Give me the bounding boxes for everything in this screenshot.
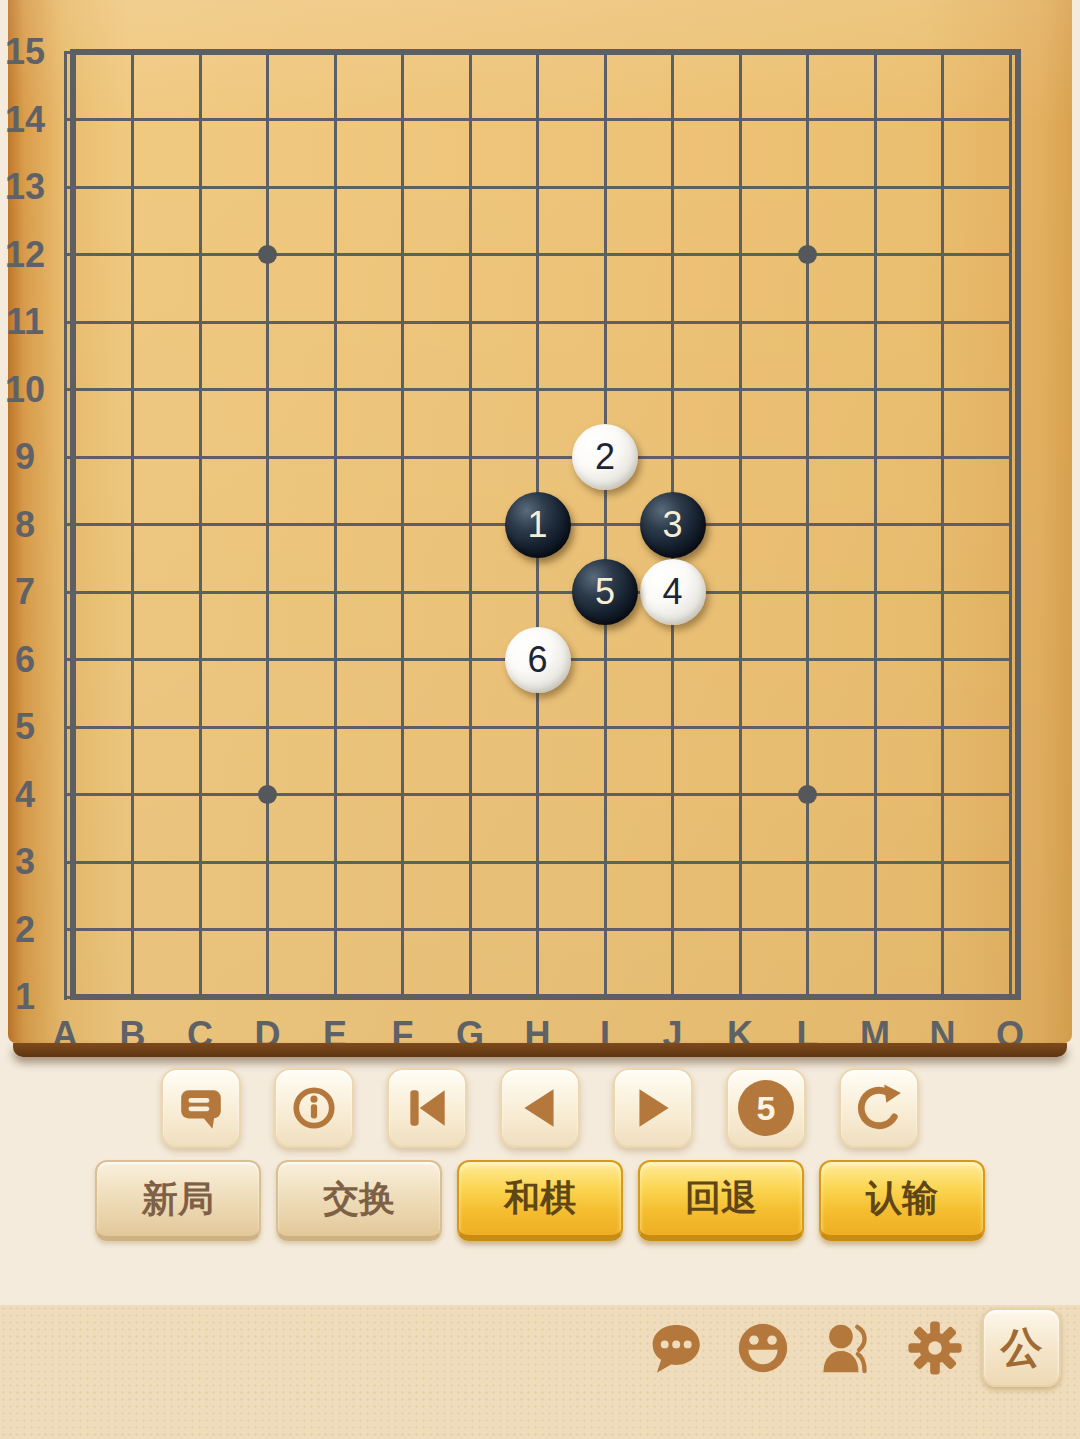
grid-line	[604, 52, 607, 1000]
grid-line	[64, 861, 1012, 864]
next-arrow-icon	[628, 1083, 678, 1133]
move-number: 1	[527, 504, 547, 546]
row-label: 3	[0, 842, 57, 882]
stone-black-J8: 3	[640, 492, 706, 558]
star-point-L4	[798, 785, 817, 804]
col-label: K	[708, 1015, 772, 1055]
row-label: 7	[0, 572, 57, 612]
row-label: 12	[0, 235, 57, 275]
col-label: N	[911, 1015, 975, 1055]
move-number: 6	[527, 639, 547, 681]
settings-gear-icon	[906, 1319, 964, 1377]
row-label: 2	[0, 910, 57, 950]
gomoku-app: 15A14B13C12D11E10F9G8H7I6J5K4L3M2N1O1234…	[0, 0, 1080, 1439]
move-number: 3	[662, 504, 682, 546]
star-point-D12	[258, 245, 277, 264]
skip-start-icon	[402, 1083, 452, 1133]
col-label: J	[641, 1015, 705, 1055]
grid-line	[64, 726, 1012, 729]
row-label: 10	[0, 370, 57, 410]
col-label: D	[236, 1015, 300, 1055]
toolbar: 5	[0, 1068, 1080, 1148]
stone-white-I9: 2	[572, 424, 638, 490]
row-label: 1	[0, 977, 57, 1017]
col-label: F	[371, 1015, 435, 1055]
row-label: 9	[0, 437, 57, 477]
grid-line	[739, 52, 742, 1000]
undo-button[interactable]: 回退	[638, 1160, 804, 1241]
grid-line	[266, 52, 269, 1000]
star-point-D4	[258, 785, 277, 804]
chat-button[interactable]	[161, 1068, 241, 1148]
prev-arrow-icon	[515, 1083, 565, 1133]
stone-white-J7: 4	[640, 559, 706, 625]
row-label: 4	[0, 775, 57, 815]
refresh-button[interactable]	[839, 1068, 919, 1148]
chat-dots-icon	[646, 1319, 704, 1377]
grid-line	[64, 996, 1012, 999]
chat-bubble-icon	[176, 1083, 226, 1133]
five-badge-icon: 5	[738, 1080, 794, 1136]
move-number: 5	[595, 571, 615, 613]
col-label: G	[438, 1015, 502, 1055]
grid-line	[131, 52, 134, 1000]
five-button[interactable]: 5	[726, 1068, 806, 1148]
info-icon	[289, 1083, 339, 1133]
draw-button[interactable]: 和棋	[457, 1160, 623, 1241]
stone-black-H8: 1	[505, 492, 571, 558]
grid-line	[1009, 52, 1012, 1000]
action-bar: 新局 交换 和棋 回退 认输	[0, 1160, 1080, 1241]
friends-icon	[818, 1319, 876, 1377]
bottom-bar: 公	[0, 1305, 1080, 1439]
col-label: O	[978, 1015, 1042, 1055]
public-chat-button[interactable]: 公	[982, 1308, 1061, 1387]
col-label: M	[843, 1015, 907, 1055]
row-label: 14	[0, 100, 57, 140]
grid-line	[806, 52, 809, 1000]
grid-line	[941, 52, 944, 1000]
smiley-button[interactable]	[734, 1319, 792, 1377]
star-point-L12	[798, 245, 817, 264]
info-button[interactable]	[274, 1068, 354, 1148]
row-label: 8	[0, 505, 57, 545]
chat-dots-button[interactable]	[646, 1319, 704, 1377]
next-button[interactable]	[613, 1068, 693, 1148]
settings-button[interactable]	[906, 1319, 964, 1377]
friends-button[interactable]	[818, 1319, 876, 1377]
grid-line	[64, 52, 67, 1000]
grid-line	[64, 591, 1012, 594]
row-label: 15	[0, 32, 57, 72]
resign-button[interactable]: 认输	[819, 1160, 985, 1241]
row-label: 13	[0, 167, 57, 207]
grid-line	[334, 52, 337, 1000]
grid-line	[874, 52, 877, 1000]
grid-line	[199, 52, 202, 1000]
col-label: I	[573, 1015, 637, 1055]
row-label: 11	[0, 302, 57, 342]
previous-button[interactable]	[500, 1068, 580, 1148]
board[interactable]: 15A14B13C12D11E10F9G8H7I6J5K4L3M2N1O1234…	[8, 0, 1072, 1043]
stone-black-I7: 5	[572, 559, 638, 625]
move-number: 2	[595, 436, 615, 478]
stone-white-H6: 6	[505, 627, 571, 693]
col-label: L	[776, 1015, 840, 1055]
grid-line	[64, 793, 1012, 796]
col-label: A	[33, 1015, 97, 1055]
refresh-icon	[854, 1083, 904, 1133]
swap-button[interactable]: 交换	[276, 1160, 442, 1241]
new-game-button[interactable]: 新局	[95, 1160, 261, 1241]
grid-line	[469, 52, 472, 1000]
col-label: H	[506, 1015, 570, 1055]
move-number: 4	[662, 571, 682, 613]
grid-line	[401, 52, 404, 1000]
row-label: 6	[0, 640, 57, 680]
col-label: E	[303, 1015, 367, 1055]
smiley-icon	[734, 1319, 792, 1377]
col-label: C	[168, 1015, 232, 1055]
col-label: B	[101, 1015, 165, 1055]
row-label: 5	[0, 707, 57, 747]
grid-line	[64, 928, 1012, 931]
skip-to-start-button[interactable]	[387, 1068, 467, 1148]
